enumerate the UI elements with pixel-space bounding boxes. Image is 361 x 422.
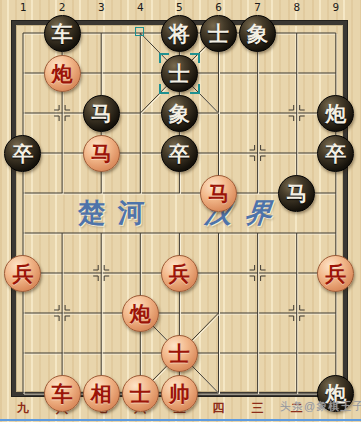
piece-red-cannon[interactable]: 炮: [44, 55, 81, 92]
piece-black-advisor[interactable]: 士: [200, 15, 237, 52]
piece-black-soldier[interactable]: 卒: [4, 135, 41, 172]
watermark-text: 头条@象棋王子: [280, 399, 361, 414]
piece-red-horse[interactable]: 马: [83, 135, 120, 172]
xiangqi-app: 123456789 楚河 汉界 车将士象炮士马象炮卒马卒卒马马兵兵兵炮士车相士帅…: [0, 0, 361, 422]
highlight-corner: [159, 84, 169, 94]
piece-black-cannon[interactable]: 炮: [317, 95, 354, 132]
piece-red-horse[interactable]: 马: [200, 175, 237, 212]
last-move-origin-marker: [135, 27, 144, 36]
last-move-highlight: [159, 53, 200, 94]
bottom-blue-strip: [0, 419, 361, 422]
piece-black-horse[interactable]: 马: [83, 95, 120, 132]
highlight-corner: [190, 84, 200, 94]
piece-black-elephant[interactable]: 象: [239, 15, 276, 52]
file-label-bottom: 九: [14, 400, 32, 417]
piece-black-soldier[interactable]: 卒: [161, 135, 198, 172]
piece-red-chariot[interactable]: 车: [44, 375, 81, 412]
piece-red-soldier[interactable]: 兵: [161, 255, 198, 292]
piece-black-soldier[interactable]: 卒: [317, 135, 354, 172]
piece-red-cannon[interactable]: 炮: [122, 295, 159, 332]
piece-black-advisor[interactable]: 士: [161, 55, 198, 92]
piece-red-soldier[interactable]: 兵: [4, 255, 41, 292]
highlight-corner: [159, 53, 169, 63]
piece-black-general[interactable]: 将: [161, 15, 198, 52]
piece-red-general[interactable]: 帅: [161, 375, 198, 412]
piece-red-advisor[interactable]: 士: [122, 375, 159, 412]
highlight-corner: [190, 53, 200, 63]
piece-black-chariot[interactable]: 车: [44, 15, 81, 52]
piece-red-elephant[interactable]: 相: [83, 375, 120, 412]
piece-red-advisor[interactable]: 士: [161, 335, 198, 372]
file-label-bottom: 四: [210, 400, 228, 417]
file-label-bottom: 三: [249, 400, 267, 417]
piece-black-horse[interactable]: 马: [278, 175, 315, 212]
board[interactable]: 车将士象炮士马象炮卒马卒卒马马兵兵兵炮士车相士帅炮: [3, 13, 355, 413]
piece-red-soldier[interactable]: 兵: [317, 255, 354, 292]
piece-black-elephant[interactable]: 象: [161, 95, 198, 132]
